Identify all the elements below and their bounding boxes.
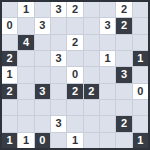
cell-r2c2[interactable] [35, 35, 50, 50]
cell-r8c4[interactable]: 1 [67, 133, 82, 148]
clue-number: 2 [7, 53, 13, 64]
cell-r1c1[interactable] [18, 18, 33, 33]
cell-r1c6[interactable]: 3 [100, 18, 115, 33]
cell-r5c3[interactable] [51, 84, 66, 99]
clue-number: 2 [7, 86, 13, 97]
cell-r7c1[interactable] [18, 116, 33, 131]
cell-r3c3[interactable]: 3 [51, 51, 66, 66]
clue-number: 2 [72, 37, 78, 48]
cell-r0c6[interactable] [100, 2, 115, 17]
clue-number: 0 [72, 69, 78, 80]
cell-r5c1[interactable] [18, 84, 33, 99]
cell-r1c4[interactable] [67, 18, 82, 33]
cell-r5c5[interactable]: 2 [84, 84, 99, 99]
cell-r3c0[interactable]: 2 [2, 51, 17, 66]
clue-number: 2 [72, 86, 78, 97]
cell-r2c6[interactable] [100, 35, 115, 50]
cell-r8c7[interactable] [116, 133, 131, 148]
clue-number: 1 [7, 69, 13, 80]
cell-r0c1[interactable]: 1 [18, 2, 33, 17]
cell-r1c8[interactable] [133, 18, 148, 33]
cell-r2c7[interactable] [116, 35, 131, 50]
cell-r4c5[interactable] [84, 67, 99, 82]
cell-r7c0[interactable] [2, 116, 17, 131]
cell-r2c4[interactable]: 2 [67, 35, 82, 50]
cell-r5c4[interactable]: 2 [67, 84, 82, 99]
cell-r4c8[interactable] [133, 67, 148, 82]
cell-r3c6[interactable]: 1 [100, 51, 115, 66]
clue-number: 2 [121, 20, 127, 31]
cell-r1c5[interactable] [84, 18, 99, 33]
cell-r5c0[interactable]: 2 [2, 84, 17, 99]
cell-r7c7[interactable]: 2 [116, 116, 131, 131]
cell-r5c2[interactable]: 3 [35, 84, 50, 99]
clue-number: 4 [23, 37, 29, 48]
cell-r8c5[interactable] [84, 133, 99, 148]
cell-r0c3[interactable]: 3 [51, 2, 66, 17]
cell-r0c0[interactable] [2, 2, 17, 17]
cell-r8c1[interactable]: 1 [18, 133, 33, 148]
cell-r7c4[interactable] [67, 116, 82, 131]
clue-number: 2 [88, 86, 94, 97]
cell-r0c4[interactable]: 2 [67, 2, 82, 17]
cell-r4c7[interactable]: 3 [116, 67, 131, 82]
cell-r5c6[interactable] [100, 84, 115, 99]
cell-r7c2[interactable] [35, 116, 50, 131]
cell-r1c3[interactable] [51, 18, 66, 33]
cell-r6c2[interactable] [35, 100, 50, 115]
cell-r0c5[interactable] [84, 2, 99, 17]
cell-r8c6[interactable] [100, 133, 115, 148]
cell-r5c7[interactable] [116, 84, 131, 99]
cell-r0c8[interactable] [133, 2, 148, 17]
clue-number: 3 [105, 20, 111, 31]
cell-r0c7[interactable]: 2 [116, 2, 131, 17]
cell-r8c8[interactable]: 1 [133, 133, 148, 148]
clue-number: 1 [137, 135, 143, 146]
cell-r2c3[interactable] [51, 35, 66, 50]
cell-r2c0[interactable] [2, 35, 17, 50]
cell-r2c1[interactable]: 4 [18, 35, 33, 50]
cell-r4c2[interactable] [35, 67, 50, 82]
cell-r8c3[interactable] [51, 133, 66, 148]
cell-r6c0[interactable] [2, 100, 17, 115]
cell-r3c8[interactable]: 1 [133, 51, 148, 66]
cell-r5c8[interactable]: 0 [133, 84, 148, 99]
cell-r3c1[interactable] [18, 51, 33, 66]
clue-number: 3 [56, 118, 62, 129]
cell-r6c5[interactable] [84, 100, 99, 115]
cell-r8c2[interactable]: 0 [35, 133, 50, 148]
clue-number: 3 [121, 69, 127, 80]
cell-r6c3[interactable] [51, 100, 66, 115]
cell-r6c1[interactable] [18, 100, 33, 115]
clue-number: 1 [23, 135, 29, 146]
puzzle-board: 13220332422311103232203211011 [0, 0, 150, 150]
clue-number: 1 [72, 135, 78, 146]
cell-r1c7[interactable]: 2 [116, 18, 131, 33]
clue-number: 1 [7, 135, 13, 146]
clue-number: 0 [137, 86, 143, 97]
clue-number: 1 [23, 4, 29, 15]
cell-r7c5[interactable] [84, 116, 99, 131]
cell-r3c4[interactable] [67, 51, 82, 66]
cell-r7c3[interactable]: 3 [51, 116, 66, 131]
clue-number: 3 [56, 53, 62, 64]
cell-r4c3[interactable] [51, 67, 66, 82]
cell-r6c8[interactable] [133, 100, 148, 115]
clue-number: 2 [72, 4, 78, 15]
cell-r1c2[interactable]: 3 [35, 18, 50, 33]
clue-number: 3 [39, 20, 45, 31]
cell-r3c5[interactable] [84, 51, 99, 66]
cell-r4c6[interactable] [100, 67, 115, 82]
cell-r4c1[interactable] [18, 67, 33, 82]
cell-r6c6[interactable] [100, 100, 115, 115]
clue-number: 0 [7, 20, 13, 31]
cell-r7c8[interactable] [133, 116, 148, 131]
cell-r7c6[interactable] [100, 116, 115, 131]
cell-r6c4[interactable] [67, 100, 82, 115]
cell-r0c2[interactable] [35, 2, 50, 17]
cell-r1c0[interactable]: 0 [2, 18, 17, 33]
clue-number: 3 [39, 86, 45, 97]
cell-r8c0[interactable]: 1 [2, 133, 17, 148]
clue-number: 1 [105, 53, 111, 64]
cell-r6c7[interactable] [116, 100, 131, 115]
cell-r2c8[interactable] [133, 35, 148, 50]
clue-number: 0 [39, 135, 45, 146]
clue-number: 3 [56, 4, 62, 15]
cell-r3c7[interactable] [116, 51, 131, 66]
cell-r4c0[interactable]: 1 [2, 67, 17, 82]
cell-r4c4[interactable]: 0 [67, 67, 82, 82]
clue-number: 2 [121, 118, 127, 129]
clue-number: 2 [121, 4, 127, 15]
clue-number: 1 [137, 53, 143, 64]
cell-r3c2[interactable] [35, 51, 50, 66]
cell-r2c5[interactable] [84, 35, 99, 50]
